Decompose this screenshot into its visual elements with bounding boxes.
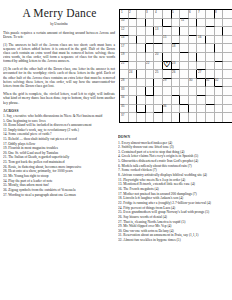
grid-cell[interactable] [223,62,232,71]
grid-cell[interactable]: 6 [189,10,198,19]
grid-cell[interactable] [206,10,215,19]
grid-cell[interactable] [146,105,155,114]
across-clue: 1. Say, executive who holds discussions … [3,114,115,118]
down-clue: 25. Even grandmothers will grasp Norway'… [118,210,231,214]
clue-number: 19 [121,52,124,55]
grid-cell[interactable]: 7 [197,10,206,19]
clue-number: 5 [172,10,174,13]
clue-number: 13 [155,27,158,30]
grid-cell[interactable] [189,96,198,105]
grid-cell[interactable]: 24 [129,70,138,79]
clue-number: 26 [172,70,175,73]
grid-cell[interactable] [129,36,138,45]
grid-cell[interactable] [215,36,224,45]
grid-cell[interactable] [146,70,155,79]
grid-cell[interactable] [197,96,206,105]
grid-cell[interactable]: ♡ [163,62,172,71]
across-clue-list: 1. Say, executive who holds discussions … [3,114,115,197]
across-clue: 21. The Italian of Death, regarded super… [3,155,115,159]
crossword-grid: 1234567810111213141516171819202122♡23242… [119,9,232,123]
grid-cell[interactable]: 13 [154,27,163,36]
clue-number: 18 [172,44,175,47]
grid-cell[interactable] [137,70,146,79]
clue-number: 16 [198,35,201,38]
clue-number: 8 [215,10,217,13]
grid-cell[interactable]: 16 [197,36,206,45]
grid-cell[interactable] [223,70,232,79]
grid-cell[interactable] [180,53,189,62]
clue-number: 22 [146,61,149,64]
clue-number: 37 [121,113,124,116]
grid-cell[interactable] [137,44,146,53]
down-clue: 4. Greek letter claims Not every's origi… [118,154,231,158]
grid-cell[interactable] [137,36,146,45]
grid-cell[interactable] [172,87,181,96]
grid-cell[interactable] [189,105,198,114]
grid-cell[interactable] [180,44,189,53]
grid-cell[interactable] [189,19,198,28]
clue-number: 28 [121,78,124,81]
grid-cell[interactable] [172,96,181,105]
grid-cell[interactable] [163,113,172,122]
grid-cell[interactable] [215,87,224,96]
grid-cell[interactable] [206,27,215,36]
clue-number: 30 [189,78,192,81]
grid-cell[interactable] [163,44,172,53]
grid-cell[interactable] [189,113,198,122]
grid-cell[interactable]: 23 [172,62,181,71]
grid-cell[interactable] [163,19,172,28]
grid-cell[interactable] [146,19,155,28]
heart-icon: ♡ [163,62,171,70]
intro-paragraph: When the grid is complete, the circled l… [3,92,115,105]
across-clue: 20. One St. wild Gaul used by Tantalus [3,151,115,155]
grid-cell[interactable] [223,10,232,19]
clue-number: 1 [121,10,123,13]
grid-cell[interactable]: 21 [120,62,129,71]
grid-cell[interactable] [154,96,163,105]
down-clue: 6. Models talk endlessly about this conf… [118,163,231,167]
grid-cell[interactable] [129,105,138,114]
down-clue: 31. Reservation about an amusement in Pr… [118,233,231,237]
across-clue: 15. Behold — thou shalt initially cut pi… [3,137,115,141]
intro-paragraph: (1) The answers to half of the Across cl… [3,42,115,63]
down-clue-list: 1. Every almost-mocked innkeeper (4)2. S… [118,140,231,242]
down-clue: 24. Fifty percent of things from Laos (4… [118,205,231,209]
grid-cell[interactable] [154,105,163,114]
grid-cell[interactable] [223,87,232,96]
grid-cell[interactable]: 8 [215,10,224,19]
grid-cell[interactable] [137,113,146,122]
grid-cell[interactable] [129,79,138,88]
grid-cell[interactable] [172,27,181,36]
across-clue: 33. Mr. Young has right to stoop [3,174,115,178]
grid-cell[interactable] [180,70,189,79]
clue-number: 32 [215,78,218,81]
grid-cell[interactable] [189,36,198,45]
grid-cell[interactable] [180,87,189,96]
grid-cell[interactable]: 5 [172,10,181,19]
grid-cell[interactable] [137,96,146,105]
grid-cell[interactable] [137,87,146,96]
grid-cell[interactable] [223,96,232,105]
across-clue: 28. Heat onto at a show, primarily, for … [3,169,115,173]
intro-paragraph: This puzzle requires a certain amount of… [3,30,115,38]
down-text-block: DOWN 1. Every almost-mocked innkeeper (4… [118,135,231,242]
grid-cell[interactable] [180,36,189,45]
grid-cell[interactable] [146,87,155,96]
down-clue: 2. Sniffily drawn-out one lifted tone (3… [118,145,231,149]
grid-cell[interactable] [180,113,189,122]
grid-cell[interactable] [223,79,232,88]
grid-cell[interactable] [146,113,155,122]
clue-number: 6 [189,10,191,13]
across-clue: 5. One beginning to save lives [3,118,115,122]
grid-cell[interactable]: 22 [146,62,155,71]
grid-cell[interactable]: 25 [154,70,163,79]
grid-cell[interactable]: 15 [163,36,172,45]
grid-cell[interactable]: 27 [197,70,206,79]
clue-number: 20 [155,52,158,55]
down-clue: 22. Fridge is running after a (roughly) … [118,200,231,204]
grid-cell[interactable] [180,105,189,114]
across-clue: 10. Bonn Island will be included in disc… [3,123,115,127]
grid-cell[interactable]: 10 [120,19,129,28]
clue-number: 29 [163,78,166,81]
grid-cell[interactable]: 18 [172,44,181,53]
grid-cell[interactable]: 4 [154,10,163,19]
clue-number: 15 [163,35,166,38]
grid-cell[interactable] [206,62,215,71]
grid-cell[interactable]: 36 [163,105,172,114]
grid-cell[interactable]: 30 [189,79,198,88]
grid-cell[interactable] [129,27,138,36]
grid-cell[interactable]: 20 [154,53,163,62]
down-clue: 29. Mr. Wahl flipped over Mr. Vep (4) [118,224,231,228]
grid-cell[interactable]: 26 [172,70,181,79]
clue-number: 21 [121,61,124,64]
grid-cell[interactable] [172,113,181,122]
grid-cell[interactable] [197,53,206,62]
grid-cell[interactable] [137,53,146,62]
grid-cell[interactable] [197,105,206,114]
clue-number: 7 [198,10,200,13]
clue-number: 35 [121,104,124,107]
grid-cell[interactable] [137,79,146,88]
clue-number: 12 [121,27,124,30]
byline: by Ucaoimhu [3,22,115,26]
grid-cell[interactable] [137,105,146,114]
clue-number: 36 [163,104,166,107]
grid-cell[interactable] [129,44,138,53]
grid-cell[interactable] [129,53,138,62]
across-header: ACROSS [3,108,115,112]
across-clue: 12. Imply tinker's work, say, to revolut… [3,128,115,132]
intro-paragraph: (2) In each of the other half of the Dow… [3,67,115,88]
down-clue: 30. One-on-one with actress Delany (4) [118,228,231,232]
grid-cell[interactable]: 3 [146,10,155,19]
grid-cell[interactable] [154,87,163,96]
grid-cell[interactable] [206,53,215,62]
across-clue: 36. Zigzag symbols from the outskirts of… [3,188,115,192]
across-clue: 17. Oddly plays fellow [3,141,115,145]
grid-cell[interactable]: 2 [129,10,138,19]
clue-number: 17 [121,44,124,47]
down-clue: 18. Lincoln left laughter with Ankara's … [118,196,231,200]
grid-cell[interactable] [154,36,163,45]
right-column: 1234567810111213141516171819202122♡23242… [118,0,232,300]
across-clue: 19. Flourish in most magazine troubles [3,146,115,150]
grid-cell[interactable] [189,53,198,62]
down-clue: 13. Mentioned Petrarch, extended little … [118,182,231,186]
grid-cell[interactable] [129,19,138,28]
grid-cell[interactable] [146,96,155,105]
grid-cell[interactable] [197,79,206,88]
grid-cell[interactable] [223,27,232,36]
grid-cell[interactable] [189,44,198,53]
grid-cell[interactable] [163,10,172,19]
grid-cell[interactable] [137,19,146,28]
grid-cell[interactable] [215,62,224,71]
across-clue: 26. Rosie, in flattering about, becomes … [3,165,115,169]
grid-cell[interactable] [215,19,224,28]
grid-cell[interactable] [223,19,232,28]
grid-cell[interactable] [180,62,189,71]
grid-cell[interactable] [206,113,215,122]
down-clue: 27. That is, cleaning North America is v… [118,219,231,223]
down-clue: 7. Some corked chicken (7) [118,168,231,172]
clue-number: 11 [181,18,184,21]
grid-cell[interactable] [197,19,206,28]
clue-number: 4 [155,10,157,13]
page-title: A Merry Dance [3,7,116,19]
grid-cell[interactable] [137,62,146,71]
grid-cell[interactable] [206,19,215,28]
grid-cell[interactable] [154,19,163,28]
grid-cell[interactable] [146,44,155,53]
grid-cell[interactable] [215,96,224,105]
clue-number: 33 [121,87,124,90]
grid-cell[interactable] [146,79,155,88]
grid-cell[interactable] [223,36,232,45]
grid-cell[interactable] [163,87,172,96]
grid-cell[interactable] [189,87,198,96]
grid-cell[interactable] [137,27,146,36]
down-clue: 5. Obscurities disheartened erratic Iran… [118,159,231,163]
grid-cell[interactable] [154,62,163,71]
down-clue: 32. Almost fun weeklies in bygone times … [118,238,231,242]
clue-number: 23 [172,61,175,64]
grid-cell[interactable]: 31 [206,79,215,88]
clue-number: 24 [129,70,132,73]
left-column: A Merry Dance by Ucaoimhu This puzzle re… [3,0,116,300]
grid-cell[interactable] [215,105,224,114]
grid-cell[interactable] [206,36,215,45]
grid-cell[interactable] [206,96,215,105]
grid-cell[interactable] [180,96,189,105]
grid-cell[interactable] [172,19,181,28]
grid-cell[interactable] [197,62,206,71]
grid-cell[interactable] [154,113,163,122]
grid-cell[interactable]: 29 [163,79,172,88]
grid-cell[interactable] [172,79,181,88]
clue-number: 31 [206,78,209,81]
down-clue: 8. African country artistically displays… [118,173,231,177]
down-header: DOWN [118,135,231,139]
clue-number: 27 [198,70,201,73]
grid-cell[interactable] [129,62,138,71]
grid-cell[interactable] [223,105,232,114]
grid-cell[interactable] [206,105,215,114]
across-clue: 14. Some essential piece of cattle? [3,132,115,136]
grid-cell[interactable] [172,105,181,114]
grid-cell[interactable] [215,113,224,122]
across-clue: 35. Mostly, thus adorn most fun! [3,183,115,187]
down-clue: 26. Say bizarre words of denial (4) [118,214,231,218]
down-clue: 17. Mother not praised has in around 200… [118,191,231,195]
grid-cell[interactable]: 32 [215,79,224,88]
clue-number: 2 [129,10,131,13]
grid-cell[interactable] [189,27,198,36]
grid-cell[interactable]: 11 [180,19,189,28]
clue-number: 14 [121,35,124,38]
grid-cell[interactable] [223,44,232,53]
grid-cell[interactable]: 37 [120,113,129,122]
grid-cell[interactable] [129,96,138,105]
grid-cell[interactable] [180,27,189,36]
grid-cell[interactable] [180,79,189,88]
grid-cell[interactable] [223,113,232,122]
grid-cell[interactable] [129,113,138,122]
grid-cell[interactable] [197,87,206,96]
across-clue: 34. Play the part of a leader of note [3,179,115,183]
grid-cell[interactable] [215,44,224,53]
grid-cell[interactable] [146,36,155,45]
clue-number: 25 [155,70,158,73]
grid-cell[interactable] [215,53,224,62]
grid-cell[interactable] [137,10,146,19]
down-clue: 1. Every almost-mocked innkeeper (4) [118,140,231,144]
clue-number: 3 [146,10,148,13]
grid-cell[interactable] [197,113,206,122]
clue-number: 34 [121,95,124,98]
left-text-block: by Ucaoimhu This puzzle requires a certa… [3,22,115,197]
across-clue: 23. Tom got back the pollen rod maintain… [3,160,115,164]
across-clue: 37. Wording to steal a paragraph about o… [3,192,115,196]
grid-cell[interactable]: 35 [120,105,129,114]
grid-cell[interactable] [223,53,232,62]
grid-cell[interactable] [146,27,155,36]
grid-cell[interactable] [154,79,163,88]
grid-cell[interactable] [197,44,206,53]
grid-cell[interactable] [206,87,215,96]
grid-cell[interactable] [189,62,198,71]
clue-number: 10 [121,18,124,21]
grid-cell[interactable] [215,27,224,36]
down-clue: 11. Playwright who meets Rex Jeep in ord… [118,177,231,181]
down-clue: 3. Contained part of a text to stop that… [118,149,231,153]
grid-cell[interactable] [129,87,138,96]
grid-cell[interactable] [206,44,215,53]
down-clue: 16. The French megabots (4) [118,187,231,191]
